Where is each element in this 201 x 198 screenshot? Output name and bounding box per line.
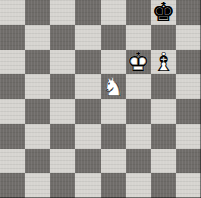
square-b6[interactable] [25, 50, 50, 75]
square-d6[interactable] [75, 50, 100, 75]
square-f3[interactable] [126, 124, 151, 149]
square-a6[interactable] [0, 50, 25, 75]
square-e6[interactable] [101, 50, 126, 75]
square-d7[interactable] [75, 25, 100, 50]
square-d8[interactable] [75, 0, 100, 25]
square-f5[interactable] [126, 74, 151, 99]
square-d2[interactable] [75, 149, 100, 174]
square-a2[interactable] [0, 149, 25, 174]
square-d3[interactable] [75, 124, 100, 149]
square-e3[interactable] [101, 124, 126, 149]
square-g4[interactable] [151, 99, 176, 124]
square-f2[interactable] [126, 149, 151, 174]
square-b1[interactable] [25, 173, 50, 198]
square-b3[interactable] [25, 124, 50, 149]
square-h3[interactable] [176, 124, 201, 149]
square-b2[interactable] [25, 149, 50, 174]
square-h4[interactable] [176, 99, 201, 124]
square-a3[interactable] [0, 124, 25, 149]
chess-board: ♚♔♚♔♝♗♞♘ [0, 0, 201, 198]
square-a1[interactable] [0, 173, 25, 198]
square-c5[interactable] [50, 74, 75, 99]
square-a5[interactable] [0, 74, 25, 99]
white-king-piece: ♚♔ [126, 50, 151, 75]
square-h5[interactable] [176, 74, 201, 99]
square-g2[interactable] [151, 149, 176, 174]
square-f1[interactable] [126, 173, 151, 198]
white-knight-piece: ♞♘ [101, 74, 126, 99]
square-b7[interactable] [25, 25, 50, 50]
square-h8[interactable] [176, 0, 201, 25]
square-e8[interactable] [101, 0, 126, 25]
square-e1[interactable] [101, 173, 126, 198]
square-e5[interactable]: ♞♘ [101, 74, 126, 99]
square-a8[interactable] [0, 0, 25, 25]
square-f4[interactable] [126, 99, 151, 124]
square-g8[interactable]: ♚♔ [151, 0, 176, 25]
square-a4[interactable] [0, 99, 25, 124]
square-g1[interactable] [151, 173, 176, 198]
square-h6[interactable] [176, 50, 201, 75]
square-b8[interactable] [25, 0, 50, 25]
square-e2[interactable] [101, 149, 126, 174]
square-h2[interactable] [176, 149, 201, 174]
square-c7[interactable] [50, 25, 75, 50]
square-c1[interactable] [50, 173, 75, 198]
square-c6[interactable] [50, 50, 75, 75]
square-f6[interactable]: ♚♔ [126, 50, 151, 75]
square-c4[interactable] [50, 99, 75, 124]
square-g7[interactable] [151, 25, 176, 50]
square-b5[interactable] [25, 74, 50, 99]
square-d1[interactable] [75, 173, 100, 198]
square-f8[interactable] [126, 0, 151, 25]
square-f7[interactable] [126, 25, 151, 50]
square-c2[interactable] [50, 149, 75, 174]
square-d4[interactable] [75, 99, 100, 124]
square-c3[interactable] [50, 124, 75, 149]
white-bishop-piece: ♝♗ [151, 50, 176, 75]
square-g5[interactable] [151, 74, 176, 99]
square-d5[interactable] [75, 74, 100, 99]
square-g3[interactable] [151, 124, 176, 149]
black-king-piece: ♚♔ [151, 0, 176, 25]
square-b4[interactable] [25, 99, 50, 124]
square-a7[interactable] [0, 25, 25, 50]
square-e7[interactable] [101, 25, 126, 50]
square-h7[interactable] [176, 25, 201, 50]
square-g6[interactable]: ♝♗ [151, 50, 176, 75]
square-h1[interactable] [176, 173, 201, 198]
square-c8[interactable] [50, 0, 75, 25]
square-e4[interactable] [101, 99, 126, 124]
